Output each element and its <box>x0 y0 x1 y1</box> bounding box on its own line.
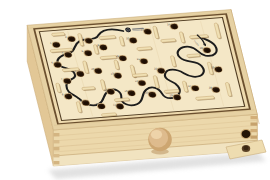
ball-exit-hole <box>241 129 252 139</box>
scene-svg: 1234567891011121314151617181920212223242… <box>0 0 270 180</box>
labyrinth-product-photo: 1234567891011121314151617181920212223242… <box>0 0 270 180</box>
tilt-knob[interactable] <box>148 128 172 155</box>
box-top-face: 1234567891011121314151617181920212223242… <box>27 10 257 130</box>
